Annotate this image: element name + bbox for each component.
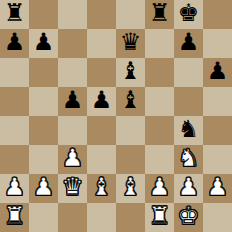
white-pawn-piece: ♟ xyxy=(33,174,55,202)
black-pawn-piece: ♟ xyxy=(33,29,55,57)
square-e3[interactable] xyxy=(116,145,145,174)
square-f5[interactable] xyxy=(145,87,174,116)
white-pawn-piece: ♟ xyxy=(207,174,229,202)
square-c2[interactable]: ♛ xyxy=(58,174,87,203)
white-queen-piece: ♛ xyxy=(62,174,84,202)
chess-diagram: ♜♜♚♟♟♛♟♝♟♟♟♝♞♟♞♟♟♛♝♝♟♟♟♜♜♚ xyxy=(0,0,232,232)
white-bishop-piece: ♝ xyxy=(120,174,142,202)
square-f2[interactable]: ♟ xyxy=(145,174,174,203)
square-c3[interactable]: ♟ xyxy=(58,145,87,174)
square-b5[interactable] xyxy=(29,87,58,116)
square-e8[interactable] xyxy=(116,0,145,29)
chess-board: ♜♜♚♟♟♛♟♝♟♟♟♝♞♟♞♟♟♛♝♝♟♟♟♜♜♚ xyxy=(0,0,232,232)
square-b8[interactable] xyxy=(29,0,58,29)
black-king-piece: ♚ xyxy=(178,0,200,28)
square-f4[interactable] xyxy=(145,116,174,145)
square-b2[interactable]: ♟ xyxy=(29,174,58,203)
white-bishop-piece: ♝ xyxy=(91,174,113,202)
square-a6[interactable] xyxy=(0,58,29,87)
square-h7[interactable] xyxy=(203,29,232,58)
black-pawn-piece: ♟ xyxy=(91,87,113,115)
square-g2[interactable]: ♟ xyxy=(174,174,203,203)
square-g6[interactable] xyxy=(174,58,203,87)
white-pawn-piece: ♟ xyxy=(149,174,171,202)
square-a2[interactable]: ♟ xyxy=(0,174,29,203)
square-b4[interactable] xyxy=(29,116,58,145)
black-rook-piece: ♜ xyxy=(149,0,171,28)
square-c4[interactable] xyxy=(58,116,87,145)
square-e2[interactable]: ♝ xyxy=(116,174,145,203)
square-a5[interactable] xyxy=(0,87,29,116)
square-f7[interactable] xyxy=(145,29,174,58)
square-h1[interactable] xyxy=(203,203,232,232)
black-pawn-piece: ♟ xyxy=(207,58,229,86)
square-b7[interactable]: ♟ xyxy=(29,29,58,58)
black-queen-piece: ♛ xyxy=(120,29,142,57)
square-c7[interactable] xyxy=(58,29,87,58)
square-c5[interactable]: ♟ xyxy=(58,87,87,116)
black-bishop-piece: ♝ xyxy=(120,58,142,86)
square-g4[interactable]: ♞ xyxy=(174,116,203,145)
white-rook-piece: ♜ xyxy=(4,203,26,231)
square-d5[interactable]: ♟ xyxy=(87,87,116,116)
square-a1[interactable]: ♜ xyxy=(0,203,29,232)
square-f6[interactable] xyxy=(145,58,174,87)
square-d3[interactable] xyxy=(87,145,116,174)
black-rook-piece: ♜ xyxy=(4,0,26,28)
square-h6[interactable]: ♟ xyxy=(203,58,232,87)
square-h5[interactable] xyxy=(203,87,232,116)
square-g1[interactable]: ♚ xyxy=(174,203,203,232)
square-b1[interactable] xyxy=(29,203,58,232)
square-h3[interactable] xyxy=(203,145,232,174)
square-c1[interactable] xyxy=(58,203,87,232)
square-b3[interactable] xyxy=(29,145,58,174)
square-a8[interactable]: ♜ xyxy=(0,0,29,29)
square-d7[interactable] xyxy=(87,29,116,58)
square-e6[interactable]: ♝ xyxy=(116,58,145,87)
square-d6[interactable] xyxy=(87,58,116,87)
black-pawn-piece: ♟ xyxy=(62,87,84,115)
square-e5[interactable]: ♝ xyxy=(116,87,145,116)
square-e7[interactable]: ♛ xyxy=(116,29,145,58)
square-e4[interactable] xyxy=(116,116,145,145)
white-pawn-piece: ♟ xyxy=(62,145,84,173)
square-g7[interactable]: ♟ xyxy=(174,29,203,58)
square-b6[interactable] xyxy=(29,58,58,87)
square-a4[interactable] xyxy=(0,116,29,145)
square-d2[interactable]: ♝ xyxy=(87,174,116,203)
square-g3[interactable]: ♞ xyxy=(174,145,203,174)
square-g5[interactable] xyxy=(174,87,203,116)
white-knight-piece: ♞ xyxy=(178,145,200,173)
white-rook-piece: ♜ xyxy=(149,203,171,231)
square-c6[interactable] xyxy=(58,58,87,87)
square-h4[interactable] xyxy=(203,116,232,145)
square-h2[interactable]: ♟ xyxy=(203,174,232,203)
black-knight-piece: ♞ xyxy=(178,116,200,144)
square-h8[interactable] xyxy=(203,0,232,29)
square-d4[interactable] xyxy=(87,116,116,145)
black-pawn-piece: ♟ xyxy=(4,29,26,57)
square-e1[interactable] xyxy=(116,203,145,232)
white-pawn-piece: ♟ xyxy=(4,174,26,202)
square-a7[interactable]: ♟ xyxy=(0,29,29,58)
square-c8[interactable] xyxy=(58,0,87,29)
square-a3[interactable] xyxy=(0,145,29,174)
square-f3[interactable] xyxy=(145,145,174,174)
square-d1[interactable] xyxy=(87,203,116,232)
square-g8[interactable]: ♚ xyxy=(174,0,203,29)
black-pawn-piece: ♟ xyxy=(178,29,200,57)
white-pawn-piece: ♟ xyxy=(178,174,200,202)
square-f1[interactable]: ♜ xyxy=(145,203,174,232)
square-d8[interactable] xyxy=(87,0,116,29)
square-f8[interactable]: ♜ xyxy=(145,0,174,29)
black-bishop-piece: ♝ xyxy=(120,87,142,115)
white-king-piece: ♚ xyxy=(178,203,200,231)
